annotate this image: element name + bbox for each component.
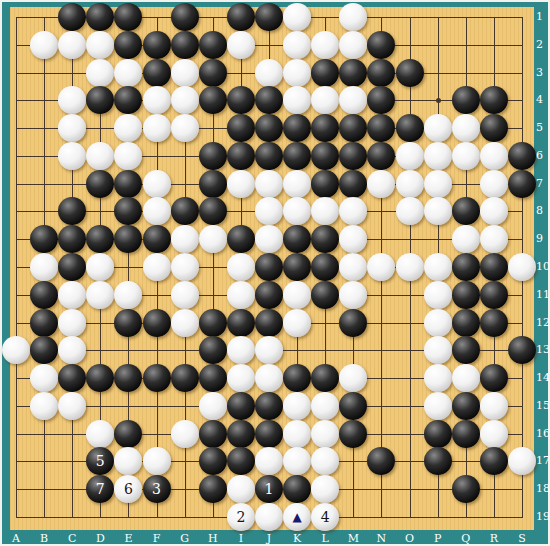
stone-I2 [227, 31, 255, 59]
move-number-label: 6 [124, 482, 133, 496]
stone-G14 [171, 364, 199, 392]
stone-L9 [311, 225, 339, 253]
row-label-9: 9 [536, 233, 550, 244]
stone-I4 [227, 86, 255, 114]
stone-Q16 [452, 420, 480, 448]
col-label-A: A [8, 533, 24, 544]
go-board-app: 576312▲4 ABCDEFGHIJKLMNOPQRS123456789101… [0, 0, 550, 546]
stone-R15 [480, 392, 508, 420]
stone-M3 [339, 59, 367, 87]
row-label-16: 16 [536, 428, 550, 439]
stone-F7 [143, 170, 171, 198]
stone-E17 [114, 447, 142, 475]
row-label-13: 13 [536, 344, 550, 355]
stone-D2 [86, 31, 114, 59]
stone-L3 [311, 59, 339, 87]
stone-K8 [283, 197, 311, 225]
stone-D3 [86, 59, 114, 87]
stone-R12 [480, 309, 508, 337]
stone-J12 [255, 309, 283, 337]
stone-E7 [114, 170, 142, 198]
stone-C9 [58, 225, 86, 253]
stone-O7 [396, 170, 424, 198]
stone-C11 [58, 281, 86, 309]
stone-R9 [480, 225, 508, 253]
stone-H9 [199, 225, 227, 253]
stone-S7 [508, 170, 536, 198]
stone-H17 [199, 447, 227, 475]
stone-M8 [339, 197, 367, 225]
stone-H16 [199, 420, 227, 448]
stone-R4 [480, 86, 508, 114]
stone-C15 [58, 392, 86, 420]
stone-K5 [283, 114, 311, 142]
stone-B13 [30, 336, 58, 364]
col-label-G: G [177, 533, 193, 544]
stone-E3 [114, 59, 142, 87]
stone-D14 [86, 364, 114, 392]
stone-G11 [171, 281, 199, 309]
row-label-15: 15 [536, 400, 550, 411]
stone-O8 [396, 197, 424, 225]
stone-K3 [283, 59, 311, 87]
stone-O5 [396, 114, 424, 142]
stone-P6 [424, 142, 452, 170]
stone-R14 [480, 364, 508, 392]
stone-L2 [311, 31, 339, 59]
stone-J4 [255, 86, 283, 114]
stone-F14 [143, 364, 171, 392]
stone-C1 [58, 3, 86, 31]
star-point [436, 98, 441, 103]
stone-E1 [114, 3, 142, 31]
stone-J16 [255, 420, 283, 448]
stone-F12 [143, 309, 171, 337]
stone-M15 [339, 392, 367, 420]
row-label-19: 19 [536, 511, 550, 522]
row-label-4: 4 [536, 94, 550, 105]
stone-E14 [114, 364, 142, 392]
col-label-C: C [64, 533, 80, 544]
row-label-7: 7 [536, 178, 550, 189]
col-label-D: D [92, 533, 108, 544]
stone-P13 [424, 336, 452, 364]
stone-E9 [114, 225, 142, 253]
stone-I12 [227, 309, 255, 337]
stone-P14 [424, 364, 452, 392]
stone-C5 [58, 114, 86, 142]
goban[interactable]: 576312▲4 [10, 7, 534, 530]
stone-B9 [30, 225, 58, 253]
stone-L18 [311, 475, 339, 503]
stone-K6 [283, 142, 311, 170]
stone-P11 [424, 281, 452, 309]
stone-G16 [171, 420, 199, 448]
stone-S13 [508, 336, 536, 364]
stone-E5 [114, 114, 142, 142]
stone-F9 [143, 225, 171, 253]
stone-L11 [311, 281, 339, 309]
stone-G1 [171, 3, 199, 31]
stone-P17 [424, 447, 452, 475]
col-label-K: K [289, 533, 305, 544]
stone-J13 [255, 336, 283, 364]
col-label-S: S [514, 533, 530, 544]
stone-I10 [227, 253, 255, 281]
stone-F8 [143, 197, 171, 225]
stone-I13 [227, 336, 255, 364]
stone-K14 [283, 364, 311, 392]
stone-I17 [227, 447, 255, 475]
stone-N7 [367, 170, 395, 198]
stone-B12 [30, 309, 58, 337]
col-label-L: L [317, 533, 333, 544]
stone-Q18 [452, 475, 480, 503]
stone-D7 [86, 170, 114, 198]
stone-K4 [283, 86, 311, 114]
stone-D1 [86, 3, 114, 31]
row-label-5: 5 [536, 122, 550, 133]
stone-M14 [339, 364, 367, 392]
stone-H6 [199, 142, 227, 170]
stone-L17 [311, 447, 339, 475]
stone-E12 [114, 309, 142, 337]
stone-I18 [227, 475, 255, 503]
move-number-label: 1 [265, 482, 274, 496]
stone-E18: 6 [114, 475, 142, 503]
stone-C2 [58, 31, 86, 59]
col-label-F: F [149, 533, 165, 544]
row-label-14: 14 [536, 372, 550, 383]
stone-H2 [199, 31, 227, 59]
stone-I15 [227, 392, 255, 420]
stone-N4 [367, 86, 395, 114]
stone-P8 [424, 197, 452, 225]
stone-R5 [480, 114, 508, 142]
stone-R6 [480, 142, 508, 170]
stone-L16 [311, 420, 339, 448]
stone-M5 [339, 114, 367, 142]
stone-R11 [480, 281, 508, 309]
row-label-6: 6 [536, 150, 550, 161]
move-number-label: 3 [152, 482, 161, 496]
stone-C13 [58, 336, 86, 364]
stone-H8 [199, 197, 227, 225]
stone-H7 [199, 170, 227, 198]
stone-R16 [480, 420, 508, 448]
stone-C14 [58, 364, 86, 392]
stone-L5 [311, 114, 339, 142]
stone-J7 [255, 170, 283, 198]
stone-G9 [171, 225, 199, 253]
stone-N2 [367, 31, 395, 59]
row-label-17: 17 [536, 455, 550, 466]
stone-G12 [171, 309, 199, 337]
stone-M16 [339, 420, 367, 448]
stone-H3 [199, 59, 227, 87]
stone-F4 [143, 86, 171, 114]
stone-L14 [311, 364, 339, 392]
move-number-label: 2 [236, 510, 245, 524]
stone-D4 [86, 86, 114, 114]
stone-K18 [283, 475, 311, 503]
stone-L4 [311, 86, 339, 114]
stone-G2 [171, 31, 199, 59]
col-label-O: O [402, 533, 418, 544]
stone-F18: 3 [143, 475, 171, 503]
stone-M6 [339, 142, 367, 170]
stone-N6 [367, 142, 395, 170]
stone-D11 [86, 281, 114, 309]
stone-I14 [227, 364, 255, 392]
row-label-18: 18 [536, 483, 550, 494]
col-label-M: M [345, 533, 361, 544]
stone-L6 [311, 142, 339, 170]
stone-A13 [2, 336, 30, 364]
stone-K2 [283, 31, 311, 59]
stone-H14 [199, 364, 227, 392]
stone-M7 [339, 170, 367, 198]
stone-N3 [367, 59, 395, 87]
stone-H15 [199, 392, 227, 420]
move-number-label: 7 [96, 482, 105, 496]
stone-P16 [424, 420, 452, 448]
stone-Q11 [452, 281, 480, 309]
stone-E8 [114, 197, 142, 225]
stone-Q8 [452, 197, 480, 225]
stone-Q10 [452, 253, 480, 281]
stone-H13 [199, 336, 227, 364]
stone-E2 [114, 31, 142, 59]
stone-R10 [480, 253, 508, 281]
stone-R7 [480, 170, 508, 198]
stone-K11 [283, 281, 311, 309]
stone-R8 [480, 197, 508, 225]
stone-K1 [283, 3, 311, 31]
stone-L19: 4 [311, 503, 339, 531]
stone-G8 [171, 197, 199, 225]
stone-K10 [283, 253, 311, 281]
stone-F10 [143, 253, 171, 281]
stone-C12 [58, 309, 86, 337]
stone-M4 [339, 86, 367, 114]
stone-C6 [58, 142, 86, 170]
stone-O6 [396, 142, 424, 170]
row-label-2: 2 [536, 39, 550, 50]
move-number-label: 4 [321, 510, 330, 524]
stone-K17 [283, 447, 311, 475]
stone-H12 [199, 309, 227, 337]
stone-H4 [199, 86, 227, 114]
stone-R17 [480, 447, 508, 475]
stone-K12 [283, 309, 311, 337]
stone-D9 [86, 225, 114, 253]
stone-G10 [171, 253, 199, 281]
stone-F2 [143, 31, 171, 59]
stone-B15 [30, 392, 58, 420]
stone-E16 [114, 420, 142, 448]
stone-P15 [424, 392, 452, 420]
stone-J1 [255, 3, 283, 31]
stone-J8 [255, 197, 283, 225]
stone-J19 [255, 503, 283, 531]
stone-Q6 [452, 142, 480, 170]
stone-Q12 [452, 309, 480, 337]
stone-E4 [114, 86, 142, 114]
col-label-E: E [120, 533, 136, 544]
stone-Q9 [452, 225, 480, 253]
stone-Q5 [452, 114, 480, 142]
stone-M12 [339, 309, 367, 337]
stone-E11 [114, 281, 142, 309]
stone-G4 [171, 86, 199, 114]
stone-Q15 [452, 392, 480, 420]
stone-N5 [367, 114, 395, 142]
stone-D16 [86, 420, 114, 448]
stone-F5 [143, 114, 171, 142]
stone-N17 [367, 447, 395, 475]
row-label-3: 3 [536, 67, 550, 78]
stone-E6 [114, 142, 142, 170]
stone-G5 [171, 114, 199, 142]
stone-D18: 7 [86, 475, 114, 503]
stone-J17 [255, 447, 283, 475]
stone-I6 [227, 142, 255, 170]
col-label-I: I [233, 533, 249, 544]
stone-P10 [424, 253, 452, 281]
stone-J18: 1 [255, 475, 283, 503]
row-label-8: 8 [536, 205, 550, 216]
triangle-marker: ▲ [292, 511, 301, 523]
stone-D10 [86, 253, 114, 281]
stone-J5 [255, 114, 283, 142]
col-label-Q: Q [458, 533, 474, 544]
move-number-label: 5 [96, 454, 105, 468]
stone-I11 [227, 281, 255, 309]
col-label-P: P [430, 533, 446, 544]
stone-J14 [255, 364, 283, 392]
stone-F17 [143, 447, 171, 475]
stone-B14 [30, 364, 58, 392]
row-label-10: 10 [536, 261, 550, 272]
stone-Q13 [452, 336, 480, 364]
stone-L7 [311, 170, 339, 198]
stone-L15 [311, 392, 339, 420]
stone-I7 [227, 170, 255, 198]
stone-P12 [424, 309, 452, 337]
stone-Q4 [452, 86, 480, 114]
stone-M11 [339, 281, 367, 309]
stone-O3 [396, 59, 424, 87]
stone-Q14 [452, 364, 480, 392]
stone-K7 [283, 170, 311, 198]
stone-J15 [255, 392, 283, 420]
stone-O10 [396, 253, 424, 281]
stone-H18 [199, 475, 227, 503]
row-label-12: 12 [536, 317, 550, 328]
stone-P5 [424, 114, 452, 142]
stone-D6 [86, 142, 114, 170]
stone-C10 [58, 253, 86, 281]
stone-G3 [171, 59, 199, 87]
stone-M9 [339, 225, 367, 253]
stone-K9 [283, 225, 311, 253]
col-label-H: H [205, 533, 221, 544]
stone-J9 [255, 225, 283, 253]
stone-I5 [227, 114, 255, 142]
row-label-1: 1 [536, 11, 550, 22]
stone-B10 [30, 253, 58, 281]
col-label-R: R [486, 533, 502, 544]
stone-K15 [283, 392, 311, 420]
stone-J10 [255, 253, 283, 281]
stone-J3 [255, 59, 283, 87]
stone-M2 [339, 31, 367, 59]
col-label-N: N [373, 533, 389, 544]
stone-D17: 5 [86, 447, 114, 475]
stone-B2 [30, 31, 58, 59]
stone-K19: ▲ [283, 503, 311, 531]
col-label-J: J [261, 533, 277, 544]
stone-N10 [367, 253, 395, 281]
stone-I16 [227, 420, 255, 448]
stone-B11 [30, 281, 58, 309]
stone-M1 [339, 3, 367, 31]
stone-C4 [58, 86, 86, 114]
stone-S10 [508, 253, 536, 281]
stone-L8 [311, 197, 339, 225]
stone-S6 [508, 142, 536, 170]
stone-P7 [424, 170, 452, 198]
stone-C8 [58, 197, 86, 225]
stone-S17 [508, 447, 536, 475]
col-label-B: B [36, 533, 52, 544]
row-label-11: 11 [536, 289, 550, 300]
stone-F3 [143, 59, 171, 87]
stone-I9 [227, 225, 255, 253]
stone-I1 [227, 3, 255, 31]
stone-I19: 2 [227, 503, 255, 531]
stone-J6 [255, 142, 283, 170]
stone-J11 [255, 281, 283, 309]
stone-M10 [339, 253, 367, 281]
stone-L10 [311, 253, 339, 281]
stone-K16 [283, 420, 311, 448]
